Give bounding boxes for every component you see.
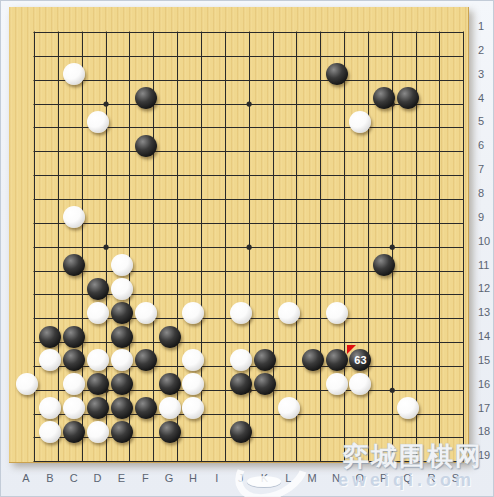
stone-black-C14 [63,326,85,348]
star-point [247,101,252,106]
row-label: 15 [478,354,490,365]
stone-white-H13 [182,302,204,324]
row-label: 3 [478,68,484,79]
stone-white-N16 [326,373,348,395]
stone-black-G16 [159,373,181,395]
stone-white-F13 [135,302,157,324]
row-label: 10 [478,235,490,246]
star-point [103,101,108,106]
stone-white-J13 [230,302,252,324]
stone-black-B14 [39,326,61,348]
column-label: J [238,473,244,484]
column-label: O [356,473,365,484]
star-point [390,388,395,393]
stone-black-E17 [111,397,133,419]
row-label: 11 [478,259,489,270]
stone-black-C18 [63,421,85,443]
stone-white-L17 [278,397,300,419]
column-label: B [46,473,53,484]
column-label: H [189,473,197,484]
stone-black-F15 [135,349,157,371]
column-label: P [380,473,387,484]
stone-white-G17 [159,397,181,419]
column-label: M [308,473,317,484]
stone-black-G14 [159,326,181,348]
stone-white-A16 [16,373,38,395]
row-label: 19 [478,450,490,461]
row-label: 14 [478,331,490,342]
column-label: G [165,473,174,484]
row-label: 2 [478,44,484,55]
row-label: 8 [478,187,484,198]
row-label: 9 [478,211,484,222]
column-label: K [261,473,268,484]
stone-black-E13 [111,302,133,324]
column-label: I [215,473,218,484]
stone-white-E11 [111,254,133,276]
row-label: 1 [478,21,484,32]
stone-black-D12 [87,278,109,300]
column-label: Q [403,473,412,484]
column-label: N [332,473,340,484]
stone-black-J18 [230,421,252,443]
stone-black-F17 [135,397,157,419]
row-label: 17 [478,402,490,413]
stone-black-E16 [111,373,133,395]
stone-black-E18 [111,421,133,443]
row-label: 4 [478,92,484,103]
column-label: S [452,473,459,484]
stone-black-D17 [87,397,109,419]
column-label: D [94,473,102,484]
stone-white-D18 [87,421,109,443]
row-label: 18 [478,426,490,437]
stone-black-N3 [326,63,348,85]
stone-white-E12 [111,278,133,300]
stone-black-Q4 [397,87,419,109]
stone-black-E14 [111,326,133,348]
screenshot-frame: ABCDEFGHIJKLMNOPQRS123456789101112131415… [0,0,494,497]
stone-black-O15: 63 [349,349,371,371]
column-label: E [118,473,125,484]
row-label: 16 [478,378,490,389]
stone-white-D5 [87,111,109,133]
stone-white-L13 [278,302,300,324]
star-point [247,245,252,250]
row-label: 13 [478,307,490,318]
row-label: 5 [478,116,484,127]
stone-black-F4 [135,87,157,109]
row-label: 7 [478,164,484,175]
row-label: 6 [478,140,484,151]
column-label: F [142,473,149,484]
stone-black-G18 [159,421,181,443]
column-label: A [22,473,29,484]
star-point [103,245,108,250]
stone-black-M15 [302,349,324,371]
stone-black-N15 [326,349,348,371]
column-label: C [70,473,78,484]
stone-white-D13 [87,302,109,324]
star-point [390,245,395,250]
row-label: 12 [478,283,490,294]
move-number-label: 63 [349,349,371,371]
stone-black-F6 [135,135,157,157]
column-label: L [285,473,291,484]
stone-white-N13 [326,302,348,324]
column-label: R [427,473,435,484]
